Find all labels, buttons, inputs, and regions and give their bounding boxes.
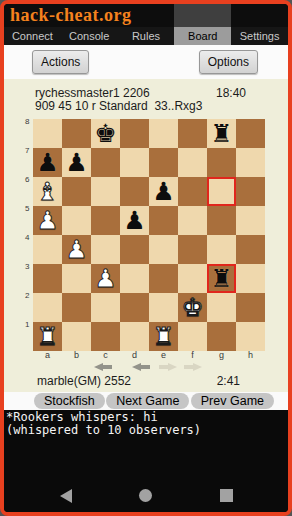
chess-board: ♚♜♟♟♝♟♟♟♟♟♜♚♜♜ — [33, 119, 265, 351]
square-f7[interactable] — [178, 148, 207, 177]
square-d4[interactable] — [120, 235, 149, 264]
piece-black-pawn: ♟ — [65, 148, 87, 177]
square-b4[interactable]: ♟ — [62, 235, 91, 264]
square-a7[interactable]: ♟ — [33, 148, 62, 177]
square-g3[interactable]: ♜ — [207, 264, 236, 293]
square-f2[interactable]: ♚ — [178, 293, 207, 322]
file-label-h: h — [236, 351, 265, 360]
square-e5[interactable] — [149, 206, 178, 235]
square-e7[interactable] — [149, 148, 178, 177]
tab-connect[interactable]: Connect — [4, 27, 61, 45]
square-e8[interactable] — [149, 119, 178, 148]
rank-label-7: 7 — [25, 146, 29, 155]
piece-white-bishop: ♝ — [36, 177, 58, 206]
square-a3[interactable] — [33, 264, 62, 293]
file-label-c: c — [91, 351, 120, 360]
piece-black-pawn: ♟ — [36, 148, 58, 177]
square-g7[interactable] — [207, 148, 236, 177]
square-g5[interactable] — [207, 206, 236, 235]
android-recents-icon[interactable] — [220, 489, 233, 502]
square-h6[interactable] — [236, 177, 265, 206]
file-label-d: d — [120, 351, 149, 360]
square-h4[interactable] — [236, 235, 265, 264]
square-f1[interactable] — [178, 322, 207, 351]
square-e4[interactable] — [149, 235, 178, 264]
black-player-clock: 18:40 — [216, 87, 246, 100]
piece-black-rook: ♜ — [210, 264, 232, 293]
piece-white-pawn: ♟ — [65, 235, 87, 264]
fast-rewind-icon[interactable] — [94, 363, 114, 372]
square-d2[interactable] — [120, 293, 149, 322]
square-d7[interactable] — [120, 148, 149, 177]
square-g4[interactable] — [207, 235, 236, 264]
square-c8[interactable]: ♚ — [91, 119, 120, 148]
square-e2[interactable] — [149, 293, 178, 322]
tab-board[interactable]: Board — [174, 27, 231, 45]
square-h5[interactable] — [236, 206, 265, 235]
tab-settings[interactable]: Settings — [231, 27, 288, 45]
square-d5[interactable]: ♟ — [120, 206, 149, 235]
actions-button[interactable]: Actions — [32, 50, 89, 74]
square-g2[interactable] — [207, 293, 236, 322]
piece-black-pawn: ♟ — [123, 206, 145, 235]
square-f6[interactable] — [178, 177, 207, 206]
square-a8[interactable] — [33, 119, 62, 148]
bottom-button-bar: StockfishNext GamePrev Game — [4, 392, 288, 410]
stockfish-button[interactable]: Stockfish — [34, 393, 105, 409]
file-label-a: a — [33, 351, 62, 360]
rank-label-5: 5 — [25, 204, 29, 213]
square-c3[interactable]: ♟ — [91, 264, 120, 293]
rank-label-8: 8 — [25, 117, 29, 126]
file-labels: abcdefgh — [33, 351, 265, 360]
selected-tab-backdrop — [174, 4, 231, 27]
console-line: (whispered to 10 observers) — [6, 424, 286, 437]
site-banner-text: hack-cheat.org — [10, 5, 131, 26]
square-c5[interactable] — [91, 206, 120, 235]
piece-white-king: ♚ — [181, 293, 203, 322]
square-a6[interactable]: ♝ — [33, 177, 62, 206]
game-info-line: 909 45 10 r Standard 33..Rxg3 — [4, 100, 288, 113]
toolbar: Actions Options — [4, 45, 288, 79]
square-h1[interactable] — [236, 322, 265, 351]
square-f5[interactable] — [178, 206, 207, 235]
square-b3[interactable] — [62, 264, 91, 293]
square-b6[interactable] — [62, 177, 91, 206]
rank-label-3: 3 — [25, 262, 29, 271]
fast-forward-icon[interactable] — [182, 363, 202, 372]
square-a1[interactable]: ♜ — [33, 322, 62, 351]
square-a4[interactable] — [33, 235, 62, 264]
move-navigation — [4, 361, 288, 373]
file-label-g: g — [207, 351, 236, 360]
square-c4[interactable] — [91, 235, 120, 264]
square-h3[interactable] — [236, 264, 265, 293]
chess-board-wrap: 87654321 ♚♜♟♟♝♟♟♟♟♟♜♚♜♜ abcdefgh — [33, 119, 265, 360]
square-f4[interactable] — [178, 235, 207, 264]
piece-black-rook: ♜ — [210, 119, 232, 148]
android-back-icon[interactable] — [60, 489, 72, 503]
square-g6[interactable] — [207, 177, 236, 206]
square-d1[interactable] — [120, 322, 149, 351]
android-nav-bar — [4, 488, 288, 504]
step-back-icon[interactable] — [132, 363, 152, 372]
square-g1[interactable] — [207, 322, 236, 351]
next-game-button[interactable]: Next Game — [106, 393, 189, 409]
square-a5[interactable]: ♟ — [33, 206, 62, 235]
white-player-name: marble(GM) 2552 — [37, 374, 131, 388]
square-f3[interactable] — [178, 264, 207, 293]
step-forward-icon[interactable] — [157, 363, 177, 372]
square-e3[interactable] — [149, 264, 178, 293]
file-label-b: b — [62, 351, 91, 360]
rank-label-2: 2 — [25, 291, 29, 300]
tab-console[interactable]: Console — [61, 27, 118, 45]
piece-white-pawn: ♟ — [36, 206, 58, 235]
piece-white-pawn: ♟ — [94, 264, 116, 293]
square-h7[interactable] — [236, 148, 265, 177]
prev-game-button[interactable]: Prev Game — [191, 393, 274, 409]
white-player-clock: 2:41 — [217, 374, 240, 388]
console-output: *Rookers whispers: hi (whispered to 10 o… — [4, 410, 288, 512]
white-player-row: marble(GM) 2552 2:41 — [4, 374, 288, 388]
square-b1[interactable] — [62, 322, 91, 351]
square-c2[interactable] — [91, 293, 120, 322]
square-e1[interactable]: ♜ — [149, 322, 178, 351]
site-banner: hack-cheat.org — [4, 4, 288, 27]
square-f8[interactable] — [178, 119, 207, 148]
square-c6[interactable] — [91, 177, 120, 206]
piece-black-pawn: ♟ — [152, 177, 174, 206]
file-label-e: e — [149, 351, 178, 360]
square-c7[interactable] — [91, 148, 120, 177]
tab-bar: ConnectConsoleRulesBoardSettings — [4, 27, 288, 45]
android-home-icon[interactable] — [139, 489, 152, 502]
options-button[interactable]: Options — [199, 50, 258, 74]
rank-label-4: 4 — [25, 233, 29, 242]
piece-white-rook: ♜ — [36, 322, 58, 351]
square-h2[interactable] — [236, 293, 265, 322]
piece-white-rook: ♜ — [152, 322, 174, 351]
square-b2[interactable] — [62, 293, 91, 322]
square-d8[interactable] — [120, 119, 149, 148]
game-panel: rychessmaster1 2206 18:40 909 45 10 r St… — [4, 79, 288, 392]
piece-black-king: ♚ — [94, 119, 116, 148]
rank-label-1: 1 — [25, 320, 29, 329]
tab-rules[interactable]: Rules — [118, 27, 175, 45]
app-frame: hack-cheat.org ConnectConsoleRulesBoardS… — [0, 0, 292, 516]
square-a2[interactable] — [33, 293, 62, 322]
square-d6[interactable] — [120, 177, 149, 206]
square-c1[interactable] — [91, 322, 120, 351]
square-h8[interactable] — [236, 119, 265, 148]
file-label-f: f — [178, 351, 207, 360]
square-e6[interactable]: ♟ — [149, 177, 178, 206]
square-g8[interactable]: ♜ — [207, 119, 236, 148]
square-b8[interactable] — [62, 119, 91, 148]
square-b5[interactable] — [62, 206, 91, 235]
square-d3[interactable] — [120, 264, 149, 293]
square-b7[interactable]: ♟ — [62, 148, 91, 177]
rank-label-6: 6 — [25, 175, 29, 184]
